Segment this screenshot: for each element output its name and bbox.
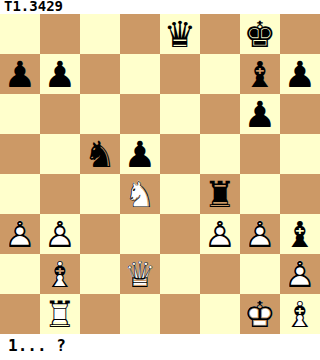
square-a8[interactable] — [0, 14, 40, 54]
square-h6[interactable] — [280, 94, 320, 134]
square-f4[interactable]: ♜ — [200, 174, 240, 214]
square-e1[interactable] — [160, 294, 200, 334]
white-pawn: ♟ — [200, 214, 240, 254]
square-g4[interactable] — [240, 174, 280, 214]
white-bishop-outline: ♗ — [40, 254, 80, 294]
black-queen: ♛ — [160, 14, 200, 54]
square-h5[interactable] — [280, 134, 320, 174]
square-h7[interactable]: ♟ — [280, 54, 320, 94]
square-g2[interactable] — [240, 254, 280, 294]
square-e3[interactable] — [160, 214, 200, 254]
square-b2[interactable]: ♝♗ — [40, 254, 80, 294]
square-c3[interactable] — [80, 214, 120, 254]
white-pawn: ♟ — [240, 214, 280, 254]
square-e8[interactable]: ♛ — [160, 14, 200, 54]
white-bishop: ♝ — [40, 254, 80, 294]
black-knight: ♞ — [80, 134, 120, 174]
white-bishop: ♝ — [280, 294, 320, 334]
square-a6[interactable] — [0, 94, 40, 134]
square-h2[interactable]: ♟♙ — [280, 254, 320, 294]
square-d5[interactable]: ♟ — [120, 134, 160, 174]
square-f3[interactable]: ♟♙ — [200, 214, 240, 254]
black-pawn: ♟ — [120, 134, 160, 174]
white-pawn-outline: ♙ — [200, 214, 240, 254]
square-g3[interactable]: ♟♙ — [240, 214, 280, 254]
square-f7[interactable] — [200, 54, 240, 94]
black-bishop: ♝ — [240, 54, 280, 94]
chess-board: ♛♚♟♟♝♟♟♞♟♞♘♜♟♙♟♙♟♙♟♙♝♝♗♛♕♟♙♜♖♚♔♝♗ — [0, 14, 320, 334]
square-d2[interactable]: ♛♕ — [120, 254, 160, 294]
white-queen: ♛ — [120, 254, 160, 294]
square-c6[interactable] — [80, 94, 120, 134]
square-d6[interactable] — [120, 94, 160, 134]
white-bishop-outline: ♗ — [280, 294, 320, 334]
black-pawn: ♟ — [240, 94, 280, 134]
square-h3[interactable]: ♝ — [280, 214, 320, 254]
square-a5[interactable] — [0, 134, 40, 174]
square-c8[interactable] — [80, 14, 120, 54]
square-f5[interactable] — [200, 134, 240, 174]
square-b1[interactable]: ♜♖ — [40, 294, 80, 334]
square-c7[interactable] — [80, 54, 120, 94]
white-king: ♚ — [240, 294, 280, 334]
white-pawn: ♟ — [40, 214, 80, 254]
square-e4[interactable] — [160, 174, 200, 214]
square-d4[interactable]: ♞♘ — [120, 174, 160, 214]
square-d3[interactable] — [120, 214, 160, 254]
square-g1[interactable]: ♚♔ — [240, 294, 280, 334]
square-a4[interactable] — [0, 174, 40, 214]
square-e2[interactable] — [160, 254, 200, 294]
black-pawn: ♟ — [40, 54, 80, 94]
square-g8[interactable]: ♚ — [240, 14, 280, 54]
puzzle-id: T1.3429 — [4, 0, 63, 14]
square-h8[interactable] — [280, 14, 320, 54]
square-g6[interactable]: ♟ — [240, 94, 280, 134]
square-h1[interactable]: ♝♗ — [280, 294, 320, 334]
square-f8[interactable] — [200, 14, 240, 54]
square-d1[interactable] — [120, 294, 160, 334]
puzzle-window: T1.3429 ♛♚♟♟♝♟♟♞♟♞♘♜♟♙♟♙♟♙♟♙♝♝♗♛♕♟♙♜♖♚♔♝… — [0, 0, 320, 360]
square-a2[interactable] — [0, 254, 40, 294]
black-rook: ♜ — [200, 174, 240, 214]
white-pawn: ♟ — [0, 214, 40, 254]
square-a7[interactable]: ♟ — [0, 54, 40, 94]
white-rook: ♜ — [40, 294, 80, 334]
white-king-outline: ♔ — [240, 294, 280, 334]
black-pawn: ♟ — [0, 54, 40, 94]
square-d7[interactable] — [120, 54, 160, 94]
white-rook-outline: ♖ — [40, 294, 80, 334]
white-pawn-outline: ♙ — [240, 214, 280, 254]
square-g5[interactable] — [240, 134, 280, 174]
square-c4[interactable] — [80, 174, 120, 214]
square-b4[interactable] — [40, 174, 80, 214]
square-b7[interactable]: ♟ — [40, 54, 80, 94]
square-f1[interactable] — [200, 294, 240, 334]
square-e5[interactable] — [160, 134, 200, 174]
white-pawn-outline: ♙ — [0, 214, 40, 254]
square-a1[interactable] — [0, 294, 40, 334]
square-f2[interactable] — [200, 254, 240, 294]
square-b8[interactable] — [40, 14, 80, 54]
white-knight-outline: ♘ — [120, 174, 160, 214]
square-e6[interactable] — [160, 94, 200, 134]
white-knight: ♞ — [120, 174, 160, 214]
black-king: ♚ — [240, 14, 280, 54]
square-b5[interactable] — [40, 134, 80, 174]
white-pawn-outline: ♙ — [40, 214, 80, 254]
black-pawn: ♟ — [280, 54, 320, 94]
black-bishop: ♝ — [280, 214, 320, 254]
square-g7[interactable]: ♝ — [240, 54, 280, 94]
square-c5[interactable]: ♞ — [80, 134, 120, 174]
square-d8[interactable] — [120, 14, 160, 54]
move-prompt: 1... ? — [8, 336, 66, 355]
square-e7[interactable] — [160, 54, 200, 94]
square-b3[interactable]: ♟♙ — [40, 214, 80, 254]
square-a3[interactable]: ♟♙ — [0, 214, 40, 254]
square-c2[interactable] — [80, 254, 120, 294]
square-f6[interactable] — [200, 94, 240, 134]
white-queen-outline: ♕ — [120, 254, 160, 294]
white-pawn: ♟ — [280, 254, 320, 294]
square-h4[interactable] — [280, 174, 320, 214]
white-pawn-outline: ♙ — [280, 254, 320, 294]
square-b6[interactable] — [40, 94, 80, 134]
square-c1[interactable] — [80, 294, 120, 334]
